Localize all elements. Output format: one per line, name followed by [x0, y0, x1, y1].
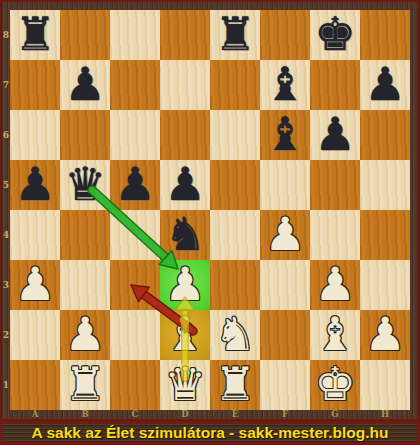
square-c8: [110, 10, 160, 60]
white-pawn-h2: ♟: [364, 311, 405, 357]
square-h3: [360, 260, 410, 310]
file-label-g: G: [310, 409, 360, 419]
rank-label-7: 7: [2, 60, 10, 110]
square-g7: [310, 60, 360, 110]
rank-labels: 87654321: [2, 10, 10, 410]
square-a8: ♜: [10, 10, 60, 60]
white-rook-b1: ♜: [64, 361, 105, 407]
square-a7: [10, 60, 60, 110]
white-pawn-f4: ♟: [264, 211, 305, 257]
square-d2: ♝: [160, 310, 210, 360]
white-pawn-a3: ♟: [14, 261, 55, 307]
square-g8: ♚: [310, 10, 360, 60]
square-a6: [10, 110, 60, 160]
white-queen-d1: ♛: [164, 361, 205, 407]
white-rook-e1: ♜: [214, 361, 255, 407]
square-e3: [210, 260, 260, 310]
square-f1: [260, 360, 310, 410]
caption-text: A sakk az Élet szimulátora - sakk-mester…: [32, 424, 389, 442]
black-king-g8: ♚: [314, 11, 355, 57]
square-e5: [210, 160, 260, 210]
square-c1: [110, 360, 160, 410]
file-label-e: E: [210, 409, 260, 419]
square-a1: [10, 360, 60, 410]
rank-label-8: 8: [2, 10, 10, 60]
square-e8: ♜: [210, 10, 260, 60]
file-label-h: H: [360, 409, 410, 419]
black-pawn-d5: ♟: [164, 161, 205, 207]
square-b7: ♟: [60, 60, 110, 110]
black-pawn-h7: ♟: [364, 61, 405, 107]
square-g3: ♟: [310, 260, 360, 310]
rank-label-6: 6: [2, 110, 10, 160]
square-f5: [260, 160, 310, 210]
black-pawn-c5: ♟: [114, 161, 155, 207]
square-f3: [260, 260, 310, 310]
black-bishop-f7: ♝: [264, 61, 305, 107]
square-c3: [110, 260, 160, 310]
square-b8: [60, 10, 110, 60]
board-frame: 87654321 ♜♜♚♟♝♟♝♟♟♛♟♟♞♟♟♟♟♟♝♞♝♟♜♛♜♚ ABCD…: [0, 0, 420, 421]
file-labels: ABCDEFGH: [10, 409, 410, 419]
square-e4: [210, 210, 260, 260]
square-b1: ♜: [60, 360, 110, 410]
square-g6: ♟: [310, 110, 360, 160]
square-c7: [110, 60, 160, 110]
square-d5: ♟: [160, 160, 210, 210]
square-f8: [260, 10, 310, 60]
black-pawn-a5: ♟: [14, 161, 55, 207]
black-knight-d4: ♞: [164, 211, 205, 257]
square-f4: ♟: [260, 210, 310, 260]
white-pawn-g3: ♟: [314, 261, 355, 307]
black-queen-b5: ♛: [64, 161, 105, 207]
black-bishop-f6: ♝: [264, 111, 305, 157]
square-d8: [160, 10, 210, 60]
white-knight-e2: ♞: [214, 311, 255, 357]
square-b4: [60, 210, 110, 260]
white-king-g1: ♚: [314, 361, 355, 407]
square-a3: ♟: [10, 260, 60, 310]
rank-label-2: 2: [2, 310, 10, 360]
square-d7: [160, 60, 210, 110]
square-b5: ♛: [60, 160, 110, 210]
square-e1: ♜: [210, 360, 260, 410]
square-d4: ♞: [160, 210, 210, 260]
square-a2: [10, 310, 60, 360]
square-c5: ♟: [110, 160, 160, 210]
white-pawn-d3: ♟: [164, 261, 205, 307]
square-h6: [360, 110, 410, 160]
black-rook-a8: ♜: [14, 11, 55, 57]
square-h5: [360, 160, 410, 210]
square-h4: [360, 210, 410, 260]
square-d1: ♛: [160, 360, 210, 410]
black-rook-e8: ♜: [214, 11, 255, 57]
rank-label-4: 4: [2, 210, 10, 260]
square-g4: [310, 210, 360, 260]
square-b3: [60, 260, 110, 310]
white-bishop-g2: ♝: [314, 311, 355, 357]
file-label-b: B: [60, 409, 110, 419]
black-pawn-b7: ♟: [64, 61, 105, 107]
square-h7: ♟: [360, 60, 410, 110]
square-f6: ♝: [260, 110, 310, 160]
square-c4: [110, 210, 160, 260]
square-h2: ♟: [360, 310, 410, 360]
square-c2: [110, 310, 160, 360]
file-label-c: C: [110, 409, 160, 419]
square-b6: [60, 110, 110, 160]
rank-label-1: 1: [2, 360, 10, 410]
square-d3: ♟: [160, 260, 210, 310]
black-pawn-g6: ♟: [314, 111, 355, 157]
square-c6: [110, 110, 160, 160]
caption-bar: A sakk az Élet szimulátora - sakk-mester…: [0, 421, 420, 445]
square-g1: ♚: [310, 360, 360, 410]
square-f7: ♝: [260, 60, 310, 110]
square-g2: ♝: [310, 310, 360, 360]
square-d6: [160, 110, 210, 160]
square-e7: [210, 60, 260, 110]
square-a5: ♟: [10, 160, 60, 210]
square-e6: [210, 110, 260, 160]
white-pawn-b2: ♟: [64, 311, 105, 357]
chess-diagram: 87654321 ♜♜♚♟♝♟♝♟♟♛♟♟♞♟♟♟♟♟♝♞♝♟♜♛♜♚ ABCD…: [0, 0, 420, 445]
square-g5: [310, 160, 360, 210]
rank-label-5: 5: [2, 160, 10, 210]
square-f2: [260, 310, 310, 360]
square-b2: ♟: [60, 310, 110, 360]
square-h1: [360, 360, 410, 410]
white-bishop-d2: ♝: [164, 311, 205, 357]
rank-label-3: 3: [2, 260, 10, 310]
chess-board: ♜♜♚♟♝♟♝♟♟♛♟♟♞♟♟♟♟♟♝♞♝♟♜♛♜♚: [10, 10, 410, 410]
file-label-a: A: [10, 409, 60, 419]
square-e2: ♞: [210, 310, 260, 360]
file-label-f: F: [260, 409, 310, 419]
square-a4: [10, 210, 60, 260]
file-label-d: D: [160, 409, 210, 419]
square-h8: [360, 10, 410, 60]
